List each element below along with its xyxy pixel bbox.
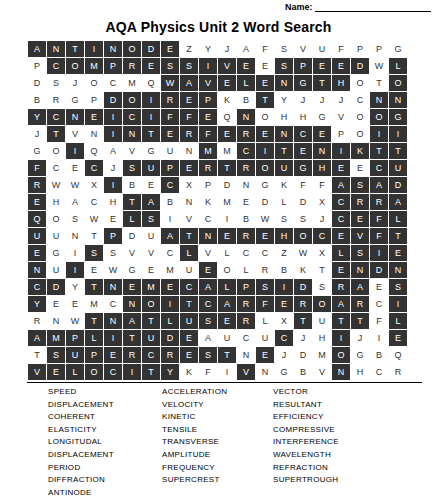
grid-cell[interactable]: W [256, 211, 274, 227]
grid-cell[interactable]: H [313, 330, 331, 346]
grid-cell[interactable]: B [28, 92, 46, 108]
grid-cell[interactable]: E [218, 313, 236, 329]
grid-cell[interactable]: W [66, 177, 84, 193]
grid-cell[interactable]: D [28, 75, 46, 91]
grid-cell[interactable]: C [351, 92, 369, 108]
grid-cell[interactable]: S [275, 58, 293, 74]
grid-cell[interactable]: E [313, 58, 331, 74]
grid-cell[interactable]: U [180, 313, 198, 329]
grid-cell[interactable]: J [218, 41, 236, 57]
grid-cell[interactable]: E [180, 160, 198, 176]
grid-cell[interactable]: K [199, 194, 217, 210]
grid-cell[interactable]: L [66, 364, 84, 380]
grid-cell[interactable]: C [47, 160, 65, 176]
grid-cell[interactable]: M [47, 330, 65, 346]
grid-cell[interactable]: R [237, 296, 255, 312]
grid-cell[interactable]: D [142, 41, 160, 57]
grid-cell[interactable]: O [351, 126, 369, 142]
grid-cell[interactable]: D [370, 262, 388, 278]
grid-cell[interactable]: K [275, 177, 293, 193]
grid-cell[interactable]: I [85, 41, 103, 57]
grid-cell[interactable]: L [237, 262, 255, 278]
grid-cell[interactable]: M [123, 75, 141, 91]
grid-cell[interactable]: J [66, 75, 84, 91]
grid-cell[interactable]: U [47, 228, 65, 244]
grid-cell[interactable]: E [28, 194, 46, 210]
grid-cell[interactable]: J [332, 92, 350, 108]
grid-cell[interactable]: N [66, 228, 84, 244]
grid-cell[interactable]: N [104, 279, 122, 295]
grid-cell[interactable]: R [256, 262, 274, 278]
grid-cell[interactable]: J [313, 211, 331, 227]
grid-cell[interactable]: P [161, 160, 179, 176]
grid-cell[interactable]: E [142, 262, 160, 278]
grid-cell[interactable]: C [313, 228, 331, 244]
grid-cell[interactable]: E [332, 160, 350, 176]
grid-cell[interactable]: H [104, 194, 122, 210]
grid-cell[interactable]: H [351, 364, 369, 380]
grid-cell[interactable]: T [28, 347, 46, 363]
grid-cell[interactable]: T [256, 92, 274, 108]
grid-cell[interactable]: G [123, 262, 141, 278]
grid-cell[interactable]: E [161, 41, 179, 57]
grid-cell[interactable]: I [389, 296, 407, 312]
grid-cell[interactable]: R [351, 194, 369, 210]
grid-cell[interactable]: F [161, 109, 179, 125]
grid-cell[interactable]: J [275, 347, 293, 363]
grid-cell[interactable]: O [389, 75, 407, 91]
grid-cell[interactable]: T [313, 262, 331, 278]
grid-cell[interactable]: O [123, 41, 141, 57]
grid-cell[interactable]: F [370, 313, 388, 329]
grid-cell[interactable]: R [199, 160, 217, 176]
grid-cell[interactable]: C [256, 245, 274, 261]
grid-cell[interactable]: E [180, 92, 198, 108]
grid-cell[interactable]: C [370, 364, 388, 380]
grid-cell[interactable]: R [180, 126, 198, 142]
grid-cell[interactable]: S [142, 211, 160, 227]
grid-cell[interactable]: Y [28, 109, 46, 125]
grid-cell[interactable]: Y [66, 279, 84, 295]
grid-cell[interactable]: I [66, 245, 84, 261]
grid-cell[interactable]: N [313, 143, 331, 159]
grid-cell[interactable]: E [199, 262, 217, 278]
grid-cell[interactable]: I [332, 330, 350, 346]
grid-cell[interactable]: T [218, 347, 236, 363]
grid-cell[interactable]: I [389, 126, 407, 142]
grid-cell[interactable]: D [294, 347, 312, 363]
grid-cell[interactable]: W [370, 58, 388, 74]
grid-cell[interactable]: E [389, 245, 407, 261]
grid-cell[interactable]: K [294, 262, 312, 278]
grid-cell[interactable]: N [275, 126, 293, 142]
grid-cell[interactable]: C [85, 160, 103, 176]
grid-cell[interactable]: O [256, 160, 274, 176]
grid-cell[interactable]: V [123, 245, 141, 261]
grid-cell[interactable]: I [218, 211, 236, 227]
grid-cell[interactable]: L [275, 194, 293, 210]
grid-cell[interactable]: Y [275, 92, 293, 108]
grid-cell[interactable]: E [332, 262, 350, 278]
grid-cell[interactable]: D [256, 194, 274, 210]
grid-cell[interactable]: F [180, 109, 198, 125]
grid-cell[interactable]: V [199, 75, 217, 91]
grid-cell[interactable]: W [294, 245, 312, 261]
grid-cell[interactable]: N [104, 41, 122, 57]
grid-cell[interactable]: U [161, 143, 179, 159]
grid-cell[interactable]: A [199, 330, 217, 346]
grid-cell[interactable]: M [218, 194, 236, 210]
grid-cell[interactable]: D [123, 228, 141, 244]
grid-cell[interactable]: K [218, 92, 236, 108]
grid-cell[interactable]: N [332, 364, 350, 380]
grid-cell[interactable]: U [142, 160, 160, 176]
grid-cell[interactable]: A [237, 41, 255, 57]
grid-cell[interactable]: P [351, 41, 369, 57]
grid-cell[interactable]: G [275, 364, 293, 380]
grid-cell[interactable]: J [104, 160, 122, 176]
grid-cell[interactable]: B [237, 211, 255, 227]
grid-cell[interactable]: V [199, 245, 217, 261]
grid-cell[interactable]: Z [180, 41, 198, 57]
grid-cell[interactable]: U [28, 228, 46, 244]
grid-cell[interactable]: L [161, 313, 179, 329]
grid-cell[interactable]: E [28, 245, 46, 261]
grid-cell[interactable]: Z [275, 245, 293, 261]
grid-cell[interactable]: A [28, 41, 46, 57]
grid-cell[interactable]: E [218, 228, 236, 244]
grid-cell[interactable]: F [28, 160, 46, 176]
grid-cell[interactable]: V [237, 364, 255, 380]
grid-cell[interactable]: I [275, 279, 293, 295]
grid-cell[interactable]: R [237, 160, 255, 176]
grid-cell[interactable]: D [218, 177, 236, 193]
grid-cell[interactable]: E [389, 330, 407, 346]
grid-cell[interactable]: S [351, 245, 369, 261]
grid-cell[interactable]: E [351, 160, 369, 176]
grid-cell[interactable]: L [256, 313, 274, 329]
grid-cell[interactable]: T [351, 313, 369, 329]
grid-cell[interactable]: E [85, 109, 103, 125]
grid-cell[interactable]: M [161, 262, 179, 278]
grid-cell[interactable]: P [28, 58, 46, 74]
grid-cell[interactable]: A [66, 194, 84, 210]
grid-cell[interactable]: D [294, 194, 312, 210]
grid-cell[interactable]: C [123, 109, 141, 125]
grid-cell[interactable]: C [85, 194, 103, 210]
grid-cell[interactable]: O [142, 296, 160, 312]
grid-cell[interactable]: G [389, 41, 407, 57]
grid-cell[interactable]: E [180, 347, 198, 363]
grid-cell[interactable]: C [161, 177, 179, 193]
grid-cell[interactable]: R [161, 92, 179, 108]
grid-cell[interactable]: M [199, 143, 217, 159]
grid-cell[interactable]: R [332, 279, 350, 295]
grid-cell[interactable]: Q [28, 211, 46, 227]
grid-cell[interactable]: A [332, 296, 350, 312]
grid-cell[interactable]: T [142, 126, 160, 142]
grid-cell[interactable]: N [256, 364, 274, 380]
grid-cell[interactable]: U [275, 160, 293, 176]
grid-cell[interactable]: T [370, 143, 388, 159]
grid-cell[interactable]: T [180, 296, 198, 312]
grid-cell[interactable]: F [332, 41, 350, 57]
grid-cell[interactable]: G [389, 109, 407, 125]
grid-cell[interactable]: R [237, 126, 255, 142]
grid-cell[interactable]: S [47, 75, 65, 91]
grid-cell[interactable]: S [275, 41, 293, 57]
grid-cell[interactable]: B [237, 92, 255, 108]
grid-cell[interactable]: A [370, 177, 388, 193]
grid-cell[interactable]: T [313, 75, 331, 91]
grid-cell[interactable]: C [104, 296, 122, 312]
grid-cell[interactable]: S [351, 177, 369, 193]
grid-cell[interactable]: E [237, 194, 255, 210]
grid-cell[interactable]: G [256, 177, 274, 193]
grid-cell[interactable]: R [237, 228, 255, 244]
grid-cell[interactable]: H [47, 194, 65, 210]
grid-cell[interactable]: I [370, 126, 388, 142]
grid-cell[interactable]: I [104, 330, 122, 346]
grid-cell[interactable]: O [332, 347, 350, 363]
grid-cell[interactable]: Q [142, 75, 160, 91]
grid-cell[interactable]: S [161, 58, 179, 74]
grid-cell[interactable]: G [313, 109, 331, 125]
grid-cell[interactable]: R [294, 296, 312, 312]
grid-cell[interactable]: O [66, 58, 84, 74]
grid-cell[interactable]: F [256, 41, 274, 57]
grid-cell[interactable]: R [389, 364, 407, 380]
grid-cell[interactable]: N [180, 143, 198, 159]
grid-cell[interactable]: A [142, 194, 160, 210]
grid-cell[interactable]: T [123, 194, 141, 210]
grid-cell[interactable]: T [389, 143, 407, 159]
grid-cell[interactable]: N [199, 228, 217, 244]
grid-cell[interactable]: J [313, 92, 331, 108]
grid-cell[interactable]: L [332, 245, 350, 261]
grid-cell[interactable]: T [66, 41, 84, 57]
grid-cell[interactable]: W [85, 211, 103, 227]
grid-cell[interactable]: X [85, 177, 103, 193]
grid-cell[interactable]: C [237, 143, 255, 159]
grid-cell[interactable]: L [85, 330, 103, 346]
grid-cell[interactable]: L [389, 211, 407, 227]
grid-cell[interactable]: G [294, 160, 312, 176]
grid-cell[interactable]: C [142, 347, 160, 363]
grid-cell[interactable]: J [351, 330, 369, 346]
grid-cell[interactable]: U [313, 313, 331, 329]
grid-cell[interactable]: M [85, 296, 103, 312]
grid-cell[interactable]: V [313, 364, 331, 380]
grid-cell[interactable]: N [123, 126, 141, 142]
grid-cell[interactable]: L [218, 245, 236, 261]
grid-cell[interactable]: E [47, 296, 65, 312]
grid-cell[interactable]: F [370, 228, 388, 244]
grid-cell[interactable]: C [104, 75, 122, 91]
grid-cell[interactable]: T [85, 313, 103, 329]
grid-cell[interactable]: H [294, 109, 312, 125]
grid-cell[interactable]: I [123, 364, 141, 380]
grid-cell[interactable]: E [218, 126, 236, 142]
grid-cell[interactable]: I [66, 143, 84, 159]
grid-cell[interactable]: P [66, 330, 84, 346]
grid-cell[interactable]: F [199, 364, 217, 380]
grid-cell[interactable]: E [161, 279, 179, 295]
grid-cell[interactable]: R [351, 296, 369, 312]
grid-cell[interactable]: T [332, 313, 350, 329]
grid-cell[interactable]: E [66, 160, 84, 176]
grid-cell[interactable]: Q [389, 347, 407, 363]
grid-cell[interactable]: N [47, 313, 65, 329]
grid-cell[interactable]: I [161, 296, 179, 312]
grid-cell[interactable]: Y [199, 41, 217, 57]
grid-cell[interactable]: N [47, 41, 65, 57]
grid-cell[interactable]: J [294, 92, 312, 108]
grid-cell[interactable]: H [332, 75, 350, 91]
grid-cell[interactable]: P [294, 58, 312, 74]
grid-cell[interactable]: U [389, 160, 407, 176]
grid-cell[interactable]: E [85, 262, 103, 278]
grid-cell[interactable]: T [370, 75, 388, 91]
grid-cell[interactable]: E [256, 347, 274, 363]
grid-cell[interactable]: O [351, 75, 369, 91]
grid-cell[interactable]: W [104, 262, 122, 278]
grid-cell[interactable]: N [275, 75, 293, 91]
grid-cell[interactable]: G [351, 347, 369, 363]
grid-cell[interactable]: S [313, 279, 331, 295]
grid-cell[interactable]: Q [85, 143, 103, 159]
grid-cell[interactable]: P [332, 126, 350, 142]
grid-cell[interactable]: D [104, 92, 122, 108]
grid-cell[interactable]: R [28, 177, 46, 193]
grid-cell[interactable]: C [199, 211, 217, 227]
grid-cell[interactable]: F [370, 211, 388, 227]
grid-cell[interactable]: N [370, 92, 388, 108]
grid-cell[interactable]: P [85, 92, 103, 108]
grid-cell[interactable]: B [123, 177, 141, 193]
grid-cell[interactable]: S [199, 313, 217, 329]
grid-cell[interactable]: P [104, 228, 122, 244]
grid-cell[interactable]: C [332, 211, 350, 227]
grid-cell[interactable]: F [256, 296, 274, 312]
grid-cell[interactable]: T [85, 228, 103, 244]
grid-cell[interactable]: E [66, 296, 84, 312]
grid-cell[interactable]: A [123, 313, 141, 329]
grid-cell[interactable]: T [85, 279, 103, 295]
grid-cell[interactable]: C [237, 330, 255, 346]
grid-cell[interactable]: T [180, 228, 198, 244]
grid-cell[interactable]: T [275, 143, 293, 159]
grid-cell[interactable]: V [66, 126, 84, 142]
grid-cell[interactable]: E [47, 364, 65, 380]
grid-cell[interactable]: V [180, 211, 198, 227]
grid-cell[interactable]: C [199, 296, 217, 312]
grid-cell[interactable]: F [294, 177, 312, 193]
grid-cell[interactable]: S [389, 279, 407, 295]
grid-cell[interactable]: V [332, 109, 350, 125]
grid-cell[interactable]: I [370, 245, 388, 261]
grid-cell[interactable]: N [389, 92, 407, 108]
grid-cell[interactable]: E [161, 126, 179, 142]
grid-cell[interactable]: T [142, 313, 160, 329]
grid-cell[interactable]: P [199, 177, 217, 193]
grid-cell[interactable]: X [313, 194, 331, 210]
grid-cell[interactable]: C [237, 245, 255, 261]
grid-cell[interactable]: E [218, 75, 236, 91]
grid-cell[interactable]: G [142, 143, 160, 159]
grid-cell[interactable]: A [28, 330, 46, 346]
grid-cell[interactable]: S [180, 58, 198, 74]
grid-cell[interactable]: E [142, 58, 160, 74]
grid-cell[interactable]: Y [161, 364, 179, 380]
grid-cell[interactable]: V [142, 245, 160, 261]
grid-cell[interactable]: M [142, 279, 160, 295]
grid-cell[interactable]: V [123, 143, 141, 159]
grid-cell[interactable]: V [28, 364, 46, 380]
grid-cell[interactable]: R [370, 194, 388, 210]
grid-cell[interactable]: W [66, 313, 84, 329]
grid-cell[interactable]: K [180, 364, 198, 380]
grid-cell[interactable]: T [123, 330, 141, 346]
grid-cell[interactable]: O [123, 92, 141, 108]
grid-cell[interactable]: N [123, 296, 141, 312]
grid-cell[interactable]: N [389, 262, 407, 278]
grid-cell[interactable]: E [123, 279, 141, 295]
grid-cell[interactable]: U [313, 41, 331, 57]
grid-cell[interactable]: N [28, 262, 46, 278]
grid-cell[interactable]: E [199, 109, 217, 125]
grid-cell[interactable]: W [161, 75, 179, 91]
grid-cell[interactable]: L [237, 75, 255, 91]
grid-cell[interactable]: L [218, 279, 236, 295]
grid-cell[interactable]: I [104, 177, 122, 193]
grid-cell[interactable]: I [370, 330, 388, 346]
grid-cell[interactable]: U [218, 330, 236, 346]
grid-cell[interactable]: U [142, 228, 160, 244]
grid-cell[interactable]: P [237, 279, 255, 295]
grid-cell[interactable]: O [85, 364, 103, 380]
grid-cell[interactable]: N [237, 347, 255, 363]
grid-cell[interactable]: E [275, 296, 293, 312]
grid-cell[interactable]: L [389, 58, 407, 74]
grid-cell[interactable]: G [47, 245, 65, 261]
grid-cell[interactable]: C [47, 58, 65, 74]
grid-cell[interactable]: T [142, 364, 160, 380]
grid-cell[interactable]: S [104, 245, 122, 261]
grid-cell[interactable]: O [313, 296, 331, 312]
grid-cell[interactable]: P [370, 41, 388, 57]
grid-cell[interactable]: A [104, 143, 122, 159]
grid-cell[interactable]: Y [28, 296, 46, 312]
grid-cell[interactable]: I [66, 262, 84, 278]
grid-cell[interactable]: B [161, 194, 179, 210]
grid-cell[interactable]: M [85, 58, 103, 74]
grid-cell[interactable]: R [123, 58, 141, 74]
grid-cell[interactable]: R [237, 313, 255, 329]
grid-cell[interactable]: S [294, 211, 312, 227]
grid-cell[interactable]: A [389, 194, 407, 210]
grid-cell[interactable]: M [313, 347, 331, 363]
grid-cell[interactable]: C [180, 279, 198, 295]
grid-cell[interactable]: S [275, 211, 293, 227]
grid-cell[interactable]: T [389, 228, 407, 244]
grid-cell[interactable]: X [180, 177, 198, 193]
grid-cell[interactable]: A [180, 75, 198, 91]
grid-cell[interactable]: C [370, 160, 388, 176]
grid-cell[interactable]: O [256, 109, 274, 125]
grid-cell[interactable]: L [123, 211, 141, 227]
grid-cell[interactable]: O [370, 109, 388, 125]
